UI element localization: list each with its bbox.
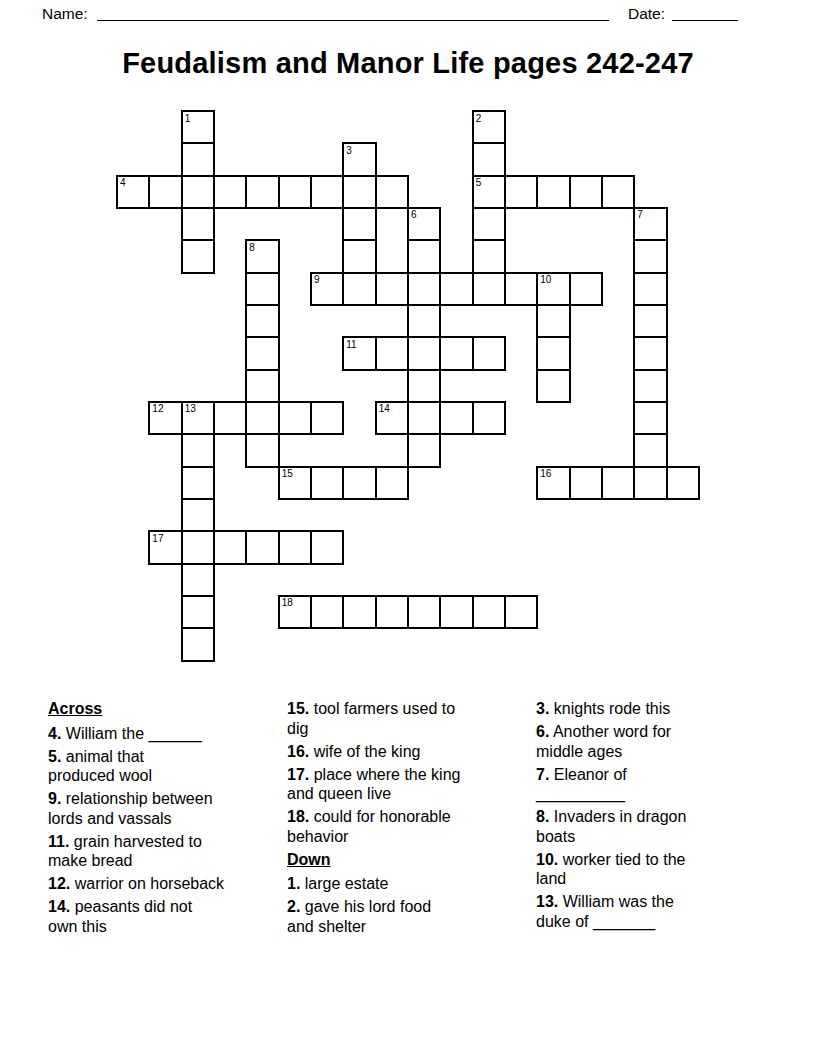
clue-column-2: 15. tool farmers used to dig16. wife of … (287, 699, 536, 940)
grid-cell[interactable] (472, 272, 506, 306)
clue-16: 16. wife of the king (287, 742, 536, 762)
grid-cell[interactable] (407, 595, 441, 629)
crossword-grid: 123456789101112131415161718 (117, 111, 699, 661)
clue-text: large estate (300, 875, 388, 892)
grid-cell[interactable] (504, 595, 538, 629)
grid-cell[interactable] (439, 595, 473, 629)
grid-cell[interactable] (633, 239, 667, 273)
grid-cell[interactable] (407, 239, 441, 273)
clue-7: 7. Eleanor of __________ (536, 765, 756, 804)
grid-cell[interactable] (407, 336, 441, 370)
clue-number: 3. (536, 700, 549, 717)
clue-number: 18. (287, 808, 309, 825)
grid-cell[interactable]: 1 (181, 110, 215, 144)
clue-text: Another word for middle ages (536, 723, 671, 760)
grid-cell[interactable]: 11 (342, 336, 376, 370)
grid-cell[interactable] (407, 304, 441, 338)
grid-cell[interactable]: 10 (536, 272, 570, 306)
grid-cell[interactable] (439, 401, 473, 435)
clue-text: warrior on horseback (70, 875, 224, 892)
grid-cell[interactable] (569, 466, 603, 500)
grid-cell[interactable] (601, 175, 635, 209)
grid-cell[interactable] (472, 142, 506, 176)
clue-number: 12. (48, 875, 70, 892)
grid-cell[interactable] (472, 595, 506, 629)
clue-9: 9. relationship between lords and vassal… (48, 789, 287, 828)
clue-18: 18. could for honorable behavior (287, 807, 536, 846)
grid-cell[interactable]: 4 (116, 175, 150, 209)
clue-number: 4. (48, 725, 61, 742)
clue-text: place where the king and queen live (287, 766, 460, 803)
grid-cell[interactable]: 16 (536, 466, 570, 500)
date-field-line[interactable] (672, 5, 738, 21)
grid-cell[interactable]: 8 (245, 239, 279, 273)
grid-cell[interactable]: 3 (342, 142, 376, 176)
grid-cell[interactable] (633, 466, 667, 500)
grid-cell[interactable] (310, 530, 344, 564)
grid-cell[interactable] (245, 272, 279, 306)
grid-cell[interactable] (407, 272, 441, 306)
cell-number: 15 (280, 468, 310, 480)
grid-cell[interactable] (536, 175, 570, 209)
clue-number: 11. (48, 833, 69, 850)
cell-number: 1 (183, 112, 213, 124)
grid-cell[interactable] (536, 336, 570, 370)
cell-number: 17 (150, 532, 180, 544)
grid-cell[interactable] (181, 498, 215, 532)
cell-number: 8 (247, 241, 277, 253)
grid-cell[interactable]: 2 (472, 110, 506, 144)
cell-number: 3 (344, 144, 374, 156)
grid-cell[interactable] (181, 433, 215, 467)
grid-cell[interactable] (245, 530, 279, 564)
clue-text: animal that produced wool (48, 748, 152, 785)
clue-8: 8. Invaders in dragon boats (536, 807, 756, 846)
grid-cell[interactable] (633, 336, 667, 370)
grid-cell[interactable] (472, 239, 506, 273)
grid-cell[interactable]: 5 (472, 175, 506, 209)
grid-cell[interactable] (375, 175, 409, 209)
clue-number: 13. (536, 893, 558, 910)
grid-cell[interactable] (342, 239, 376, 273)
grid-cell[interactable] (278, 175, 312, 209)
clue-text: relationship between lords and vassals (48, 790, 213, 827)
clue-text: tool farmers used to dig (287, 700, 455, 737)
grid-cell[interactable]: 18 (278, 595, 312, 629)
clues-section: Across4. William the ______5. animal tha… (48, 699, 756, 940)
clue-4: 4. William the ______ (48, 724, 287, 744)
clue-14: 14. peasants did not own this (48, 897, 287, 936)
grid-cell[interactable] (342, 272, 376, 306)
cell-number: 13 (183, 403, 213, 415)
cell-number: 10 (538, 274, 568, 286)
grid-cell[interactable] (407, 433, 441, 467)
grid-cell[interactable] (181, 207, 215, 241)
grid-cell[interactable] (536, 369, 570, 403)
clue-number: 8. (536, 808, 549, 825)
clue-text: William the ______ (61, 725, 202, 742)
grid-cell[interactable] (245, 336, 279, 370)
grid-cell[interactable]: 9 (310, 272, 344, 306)
grid-cell[interactable] (536, 304, 570, 338)
grid-cell[interactable] (504, 175, 538, 209)
grid-cell[interactable] (633, 369, 667, 403)
grid-cell[interactable]: 7 (633, 207, 667, 241)
clue-column-1: Across4. William the ______5. animal tha… (48, 699, 287, 940)
cell-number: 14 (377, 403, 407, 415)
clue-1: 1. large estate (287, 874, 536, 894)
cell-number: 18 (280, 597, 310, 609)
clue-number: 1. (287, 875, 300, 892)
grid-cell[interactable] (213, 175, 247, 209)
clue-5: 5. animal that produced wool (48, 747, 287, 786)
grid-cell[interactable] (310, 401, 344, 435)
grid-cell[interactable] (148, 175, 182, 209)
clue-number: 6. (536, 723, 549, 740)
grid-cell[interactable]: 13 (181, 401, 215, 435)
grid-cell[interactable] (245, 304, 279, 338)
clue-2: 2. gave his lord food and shelter (287, 897, 536, 936)
grid-cell[interactable] (439, 336, 473, 370)
cell-number: 11 (344, 338, 374, 350)
clue-11: 11. grain harvested to make bread (48, 832, 287, 871)
clue-number: 9. (48, 790, 61, 807)
header-row: Name: Date: (42, 5, 738, 22)
clue-15: 15. tool farmers used to dig (287, 699, 536, 738)
grid-cell[interactable] (245, 369, 279, 403)
cell-number: 4 (118, 177, 148, 189)
cell-number: 7 (635, 209, 665, 221)
date-label: Date: (628, 5, 665, 22)
clues-header-across: Across (48, 699, 287, 719)
grid-cell[interactable] (504, 272, 538, 306)
grid-cell[interactable] (633, 401, 667, 435)
clue-text: wife of the king (309, 743, 420, 760)
cell-number: 5 (474, 177, 504, 189)
cell-number: 6 (409, 209, 439, 221)
cell-number: 9 (312, 274, 342, 286)
cell-number: 16 (538, 468, 568, 480)
clue-number: 14. (48, 898, 70, 915)
cell-number: 12 (150, 403, 180, 415)
grid-cell[interactable] (375, 336, 409, 370)
name-field-line[interactable] (97, 5, 609, 21)
grid-cell[interactable] (342, 595, 376, 629)
grid-cell[interactable] (181, 175, 215, 209)
clue-text: peasants did not own this (48, 898, 192, 935)
grid-cell[interactable] (633, 272, 667, 306)
grid-cell[interactable] (213, 530, 247, 564)
grid-cell[interactable]: 17 (148, 530, 182, 564)
grid-cell[interactable]: 14 (375, 401, 409, 435)
clue-text: Invaders in dragon boats (536, 808, 686, 845)
clue-number: 16. (287, 743, 309, 760)
clue-number: 10. (536, 851, 558, 868)
grid-cell[interactable] (375, 272, 409, 306)
grid-cell[interactable] (181, 627, 215, 661)
grid-cell[interactable] (245, 401, 279, 435)
clue-text: knights rode this (549, 700, 670, 717)
clue-column-3: 3. knights rode this6. Another word for … (536, 699, 756, 935)
clue-number: 15. (287, 700, 309, 717)
grid-cell[interactable] (181, 595, 215, 629)
grid-cell[interactable] (342, 466, 376, 500)
grid-cell[interactable] (633, 433, 667, 467)
clue-text: gave his lord food and shelter (287, 898, 431, 935)
grid-cell[interactable] (472, 336, 506, 370)
grid-cell[interactable] (181, 239, 215, 273)
grid-cell[interactable] (245, 433, 279, 467)
grid-cell[interactable] (439, 272, 473, 306)
grid-cell[interactable] (278, 401, 312, 435)
clue-6: 6. Another word for middle ages (536, 722, 756, 761)
clue-text: could for honorable behavior (287, 808, 451, 845)
clue-number: 17. (287, 766, 309, 783)
clue-12: 12. warrior on horseback (48, 874, 287, 894)
clue-3: 3. knights rode this (536, 699, 756, 719)
grid-cell[interactable] (278, 530, 312, 564)
grid-cell[interactable] (666, 466, 700, 500)
clue-text: grain harvested to make bread (48, 833, 202, 870)
grid-cell[interactable] (181, 142, 215, 176)
clues-header-down: Down (287, 850, 536, 870)
grid-cell[interactable] (310, 466, 344, 500)
clue-text: Eleanor of __________ (536, 766, 627, 803)
clue-number: 5. (48, 748, 61, 765)
grid-cell[interactable] (310, 595, 344, 629)
grid-cell[interactable]: 12 (148, 401, 182, 435)
clue-10: 10. worker tied to the land (536, 850, 756, 889)
grid-cell[interactable] (633, 304, 667, 338)
clue-number: 7. (536, 766, 549, 783)
grid-cell[interactable] (181, 530, 215, 564)
clue-17: 17. place where the king and queen live (287, 765, 536, 804)
grid-cell[interactable] (407, 401, 441, 435)
grid-cell[interactable] (601, 466, 635, 500)
grid-cell[interactable] (569, 175, 603, 209)
page-title: Feudalism and Manor Life pages 242-247 (0, 47, 816, 80)
grid-cell[interactable]: 6 (407, 207, 441, 241)
name-label: Name: (42, 5, 88, 22)
grid-cell[interactable] (569, 272, 603, 306)
grid-cell[interactable] (310, 175, 344, 209)
clue-text: worker tied to the land (536, 851, 685, 888)
grid-cell[interactable] (213, 401, 247, 435)
grid-cell[interactable] (181, 466, 215, 500)
grid-cell[interactable] (342, 175, 376, 209)
grid-cell[interactable] (472, 207, 506, 241)
grid-cell[interactable]: 15 (278, 466, 312, 500)
clue-number: 2. (287, 898, 300, 915)
grid-cell[interactable] (245, 175, 279, 209)
grid-cell[interactable] (375, 466, 409, 500)
grid-cell[interactable] (342, 207, 376, 241)
grid-cell[interactable] (472, 401, 506, 435)
clue-13: 13. William was the duke of _______ (536, 892, 756, 931)
grid-cell[interactable] (375, 595, 409, 629)
cell-number: 2 (474, 112, 504, 124)
grid-cell[interactable] (181, 563, 215, 597)
grid-cell[interactable] (407, 369, 441, 403)
